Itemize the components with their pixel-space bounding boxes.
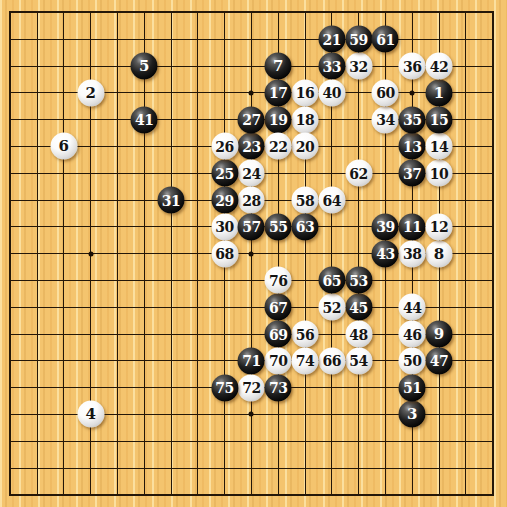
stone-white-46[interactable]: 46 [399,321,426,348]
stone-black-9[interactable]: 9 [426,321,453,348]
stone-black-45[interactable]: 45 [345,294,372,321]
stone-number: 29 [215,193,233,207]
stone-black-47[interactable]: 47 [426,347,453,374]
stone-white-26[interactable]: 26 [211,133,238,160]
go-board[interactable]: 1234567891011121314151617181920212223242… [0,0,507,507]
stone-black-75[interactable]: 75 [211,374,238,401]
stone-number: 62 [349,166,367,180]
stone-white-40[interactable]: 40 [318,79,345,106]
stone-number: 43 [376,247,394,261]
stone-black-69[interactable]: 69 [265,321,292,348]
stone-number: 60 [376,86,394,100]
stone-black-73[interactable]: 73 [265,374,292,401]
stone-number: 2 [85,85,95,100]
stone-number: 68 [215,247,233,261]
stone-white-52[interactable]: 52 [318,294,345,321]
stone-number: 16 [296,86,314,100]
stone-number: 42 [430,59,448,73]
stone-white-16[interactable]: 16 [292,79,319,106]
stone-black-23[interactable]: 23 [238,133,265,160]
stone-white-36[interactable]: 36 [399,53,426,80]
stone-black-11[interactable]: 11 [399,213,426,240]
stone-number: 73 [269,381,287,395]
stone-black-5[interactable]: 5 [131,53,158,80]
stone-black-53[interactable]: 53 [345,267,372,294]
stone-number: 6 [59,139,69,154]
stone-white-72[interactable]: 72 [238,374,265,401]
stone-white-64[interactable]: 64 [318,187,345,214]
stone-white-24[interactable]: 24 [238,160,265,187]
stone-number: 75 [215,381,233,395]
stone-black-51[interactable]: 51 [399,374,426,401]
grid-line-horizontal [9,494,493,496]
stone-number: 7 [273,59,283,74]
star-point [410,90,415,95]
stone-white-58[interactable]: 58 [292,187,319,214]
stone-black-41[interactable]: 41 [131,106,158,133]
stone-white-28[interactable]: 28 [238,187,265,214]
stone-white-32[interactable]: 32 [345,53,372,80]
stone-white-8[interactable]: 8 [426,240,453,267]
stone-number: 14 [430,139,448,153]
grid-line-horizontal [9,441,493,442]
stone-white-76[interactable]: 76 [265,267,292,294]
stone-number: 11 [403,220,421,234]
stone-black-63[interactable]: 63 [292,213,319,240]
stone-black-19[interactable]: 19 [265,106,292,133]
stone-black-37[interactable]: 37 [399,160,426,187]
stone-number: 61 [376,32,394,46]
stone-number: 38 [403,247,421,261]
stone-number: 26 [215,139,233,153]
stone-black-43[interactable]: 43 [372,240,399,267]
stone-number: 46 [403,327,421,341]
stone-white-22[interactable]: 22 [265,133,292,160]
stone-white-4[interactable]: 4 [77,401,104,428]
stone-number: 18 [296,113,314,127]
stone-number: 34 [376,113,394,127]
stone-white-62[interactable]: 62 [345,160,372,187]
stone-white-54[interactable]: 54 [345,347,372,374]
stone-black-1[interactable]: 1 [426,79,453,106]
stone-number: 41 [135,113,153,127]
stone-white-18[interactable]: 18 [292,106,319,133]
stone-number: 51 [403,381,421,395]
stone-number: 74 [296,354,314,368]
stone-number: 15 [430,113,448,127]
stone-black-59[interactable]: 59 [345,26,372,53]
stone-number: 40 [323,86,341,100]
stone-black-67[interactable]: 67 [265,294,292,321]
stone-number: 63 [296,220,314,234]
stone-number: 47 [430,354,448,368]
stone-number: 37 [403,166,421,180]
stone-number: 5 [139,59,149,74]
stone-number: 20 [296,139,314,153]
star-point [249,251,254,256]
stone-number: 58 [296,193,314,207]
grid-line-vertical [492,11,494,495]
star-point [249,412,254,417]
stone-black-65[interactable]: 65 [318,267,345,294]
stone-number: 66 [323,354,341,368]
stone-black-71[interactable]: 71 [238,347,265,374]
stone-number: 55 [269,220,287,234]
stone-white-20[interactable]: 20 [292,133,319,160]
stone-number: 19 [269,113,287,127]
stone-black-33[interactable]: 33 [318,53,345,80]
stone-white-74[interactable]: 74 [292,347,319,374]
stone-white-14[interactable]: 14 [426,133,453,160]
stone-white-10[interactable]: 10 [426,160,453,187]
stone-number: 1 [434,85,444,100]
stone-white-6[interactable]: 6 [50,133,77,160]
stone-black-21[interactable]: 21 [318,26,345,53]
stone-white-34[interactable]: 34 [372,106,399,133]
stone-white-30[interactable]: 30 [211,213,238,240]
stone-number: 17 [269,86,287,100]
stone-number: 64 [323,193,341,207]
stone-number: 22 [269,139,287,153]
star-point [249,90,254,95]
stone-black-13[interactable]: 13 [399,133,426,160]
stone-black-39[interactable]: 39 [372,213,399,240]
stone-number: 35 [403,113,421,127]
stone-number: 53 [349,273,367,287]
stone-number: 23 [242,139,260,153]
stone-black-17[interactable]: 17 [265,79,292,106]
grid-line-vertical [465,11,466,495]
stone-number: 70 [269,354,287,368]
stone-black-15[interactable]: 15 [426,106,453,133]
stone-number: 69 [269,327,287,341]
stone-white-56[interactable]: 56 [292,321,319,348]
star-point [88,251,93,256]
stone-number: 48 [349,327,367,341]
stone-number: 59 [349,32,367,46]
stone-number: 3 [407,407,417,422]
grid-line-horizontal [9,468,493,469]
grid-line-horizontal [9,280,493,281]
stone-white-50[interactable]: 50 [399,347,426,374]
stone-black-31[interactable]: 31 [158,187,185,214]
stone-white-48[interactable]: 48 [345,321,372,348]
stone-black-35[interactable]: 35 [399,106,426,133]
stone-number: 13 [403,139,421,153]
stone-number: 67 [269,300,287,314]
stone-number: 33 [323,59,341,73]
stone-white-66[interactable]: 66 [318,347,345,374]
stone-number: 21 [323,32,341,46]
stone-number: 27 [242,113,260,127]
stone-black-57[interactable]: 57 [238,213,265,240]
stone-number: 28 [242,193,260,207]
stone-number: 36 [403,59,421,73]
stone-number: 30 [215,220,233,234]
stone-white-68[interactable]: 68 [211,240,238,267]
stone-white-70[interactable]: 70 [265,347,292,374]
stone-number: 76 [269,273,287,287]
stone-white-38[interactable]: 38 [399,240,426,267]
stone-number: 50 [403,354,421,368]
stone-number: 10 [430,166,448,180]
stone-number: 57 [242,220,260,234]
stone-number: 65 [323,273,341,287]
stone-white-12[interactable]: 12 [426,213,453,240]
stone-white-60[interactable]: 60 [372,79,399,106]
stone-number: 39 [376,220,394,234]
stone-black-3[interactable]: 3 [399,401,426,428]
stone-black-25[interactable]: 25 [211,160,238,187]
stone-number: 24 [242,166,260,180]
stone-number: 31 [162,193,180,207]
stone-number: 32 [349,59,367,73]
stone-number: 71 [242,354,260,368]
stone-black-61[interactable]: 61 [372,26,399,53]
stone-number: 56 [296,327,314,341]
stone-black-29[interactable]: 29 [211,187,238,214]
stone-number: 45 [349,300,367,314]
stone-number: 54 [349,354,367,368]
grid-line-vertical [358,11,359,495]
stone-black-55[interactable]: 55 [265,213,292,240]
stone-number: 44 [403,300,421,314]
stone-white-42[interactable]: 42 [426,53,453,80]
stone-black-7[interactable]: 7 [265,53,292,80]
stone-white-2[interactable]: 2 [77,79,104,106]
stone-number: 9 [434,327,444,342]
stone-number: 52 [323,300,341,314]
stone-number: 72 [242,381,260,395]
stone-number: 4 [85,407,95,422]
stone-number: 8 [434,246,444,261]
stone-white-44[interactable]: 44 [399,294,426,321]
stone-number: 12 [430,220,448,234]
stone-black-27[interactable]: 27 [238,106,265,133]
stone-number: 25 [215,166,233,180]
